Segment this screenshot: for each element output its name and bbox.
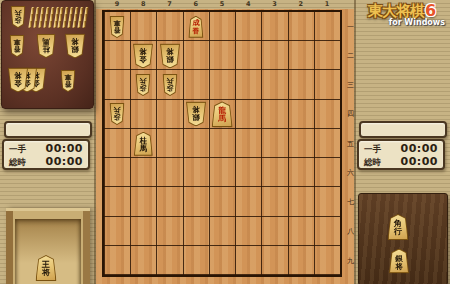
piece-face: 金将	[134, 44, 152, 67]
rank-label: 六	[347, 169, 354, 176]
piece-kanji: 歩	[140, 84, 147, 92]
piece-kanji: 馬	[42, 37, 50, 45]
rank-label: 八	[347, 228, 354, 235]
gote-total-time-row: 総時 00:00	[9, 155, 83, 168]
piece-face: 歩兵	[12, 7, 25, 27]
piece-kanji: 歩	[114, 113, 121, 121]
piece-kanji: 歩	[166, 84, 173, 92]
shogi-piece[interactable]: 香車	[61, 70, 76, 92]
piece-kanji: 金	[140, 55, 148, 63]
piece-face: 歩兵	[163, 75, 176, 95]
move-time-value: 00:00	[400, 142, 438, 155]
shogi-piece[interactable]: 金将	[8, 68, 28, 93]
total-time-label: 総時	[9, 156, 26, 169]
file-label: 2	[299, 1, 304, 8]
file-label: 6	[194, 1, 199, 8]
piece-face: 銀将	[390, 250, 408, 273]
piece-face: 角行	[389, 215, 408, 239]
piece-kanji: 将	[192, 105, 200, 113]
piece-kanji: 将	[42, 269, 50, 278]
piece-face: 香車	[62, 71, 75, 91]
piece-kanji: 将	[166, 47, 174, 55]
piece-kanji: 銀	[71, 45, 79, 53]
piece-face: 桂馬	[38, 35, 55, 57]
piece-kanji: 金	[14, 79, 22, 87]
shogi-piece[interactable]: 銀将	[65, 34, 85, 59]
shogi-piece[interactable]: 角行	[388, 214, 409, 240]
shogi-piece[interactable]: 香車	[110, 16, 125, 38]
file-label: 1	[325, 1, 330, 8]
piece-face: 王将	[37, 256, 56, 280]
move-time-value: 00:00	[45, 142, 83, 155]
rank-label: 一	[347, 23, 354, 30]
file-label: 7	[167, 1, 172, 8]
total-time-value: 00:00	[45, 155, 83, 168]
sente-total-time-row: 総時 00:00	[364, 155, 438, 168]
piece-kanji: 桂	[42, 45, 50, 53]
file-label: 3	[272, 1, 277, 8]
rank-label: 七	[347, 199, 354, 206]
rank-label: 四	[347, 111, 354, 118]
total-time-label: 総時	[364, 156, 381, 169]
piece-kanji: 車	[14, 38, 21, 46]
piece-face: 銀将	[187, 103, 205, 126]
piece-kanji: 車	[114, 18, 121, 26]
shogi-piece[interactable]: 桂馬	[134, 132, 153, 156]
rank-label: 三	[347, 82, 354, 89]
piece-kanji: 兵	[140, 77, 147, 85]
gote-move-time-row: 一手 00:00	[9, 142, 83, 155]
piece-kanji: 香	[192, 28, 199, 36]
file-label: 4	[246, 1, 251, 8]
rank-label: 二	[347, 52, 354, 59]
piece-kanji: 将	[140, 47, 148, 55]
shogi-piece[interactable]: 成香	[188, 16, 203, 38]
rank-label: 九	[347, 257, 354, 264]
piece-kanji: 兵	[166, 77, 173, 85]
shogi-piece[interactable]: 香車	[10, 35, 25, 57]
piece-face: 成香	[189, 17, 202, 37]
rank-label: 五	[347, 140, 354, 147]
shogi-piece[interactable]: 銀将	[160, 43, 180, 68]
piece-face: 銀将	[161, 44, 179, 67]
piece-face: 金将	[9, 69, 27, 92]
shogi-piece[interactable]: 王将	[36, 255, 57, 281]
piece-face: 桂馬	[135, 133, 152, 155]
sente-move-time-row: 一手 00:00	[364, 142, 438, 155]
shogi-piece[interactable]: 金将	[133, 43, 153, 68]
piece-kanji: 将	[14, 71, 22, 79]
pawn-stack	[30, 7, 90, 29]
piece-face: 香車	[11, 36, 24, 56]
file-label: 8	[141, 1, 146, 8]
stacked-pawn-edge	[82, 7, 88, 28]
total-time-value: 00:00	[400, 155, 438, 168]
shogi-piece[interactable]: 桂馬	[37, 34, 56, 58]
piece-kanji: 兵	[114, 106, 121, 114]
piece-face: 歩兵	[137, 75, 150, 95]
shogi-piece[interactable]: 龍馬	[212, 101, 233, 127]
piece-kanji: 将	[395, 262, 403, 270]
shogi-app-window: { "game": "shogi", "app": { "logo_title"…	[0, 0, 450, 284]
piece-kanji: 銀	[192, 113, 200, 121]
piece-kanji: 将	[71, 37, 79, 45]
piece-kanji: 馬	[218, 115, 226, 124]
app-logo: 東大将棋6 for Windows	[356, 2, 448, 28]
gote-clock-panel: 一手 00:00 総時 00:00	[2, 139, 90, 170]
file-label: 9	[115, 1, 120, 8]
piece-kanji: 歩	[15, 16, 22, 24]
piece-kanji: 兵	[15, 9, 22, 17]
piece-kanji: 香	[14, 45, 21, 53]
sente-clock-panel: 一手 00:00 総時 00:00	[357, 139, 445, 170]
piece-face: 歩兵	[111, 104, 124, 124]
piece-kanji: 馬	[140, 145, 148, 153]
piece-face: 龍馬	[213, 102, 232, 126]
sente-nameplate	[359, 121, 447, 138]
gote-nameplate	[4, 121, 92, 138]
shogi-piece[interactable]: 銀将	[389, 249, 409, 274]
piece-kanji: 香	[65, 80, 72, 88]
piece-kanji: 車	[65, 73, 72, 81]
piece-face: 香車	[111, 17, 124, 37]
tatami-seam-right	[354, 0, 356, 284]
shogi-piece[interactable]: 歩兵	[11, 6, 26, 28]
piece-face: 銀将	[66, 35, 84, 58]
piece-kanji: 行	[394, 228, 402, 237]
piece-kanji: 銀	[166, 55, 174, 63]
file-label: 5	[220, 1, 225, 8]
